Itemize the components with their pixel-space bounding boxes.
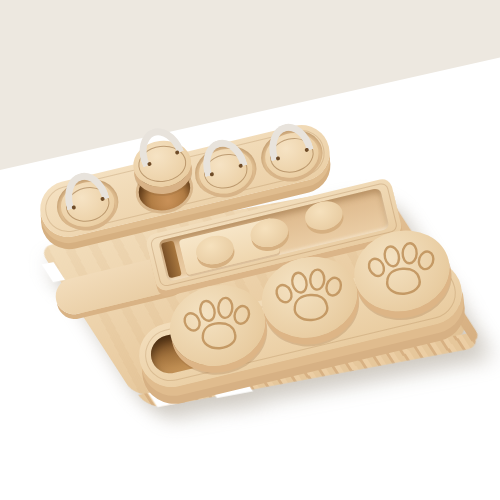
base-notch-left <box>42 262 66 282</box>
